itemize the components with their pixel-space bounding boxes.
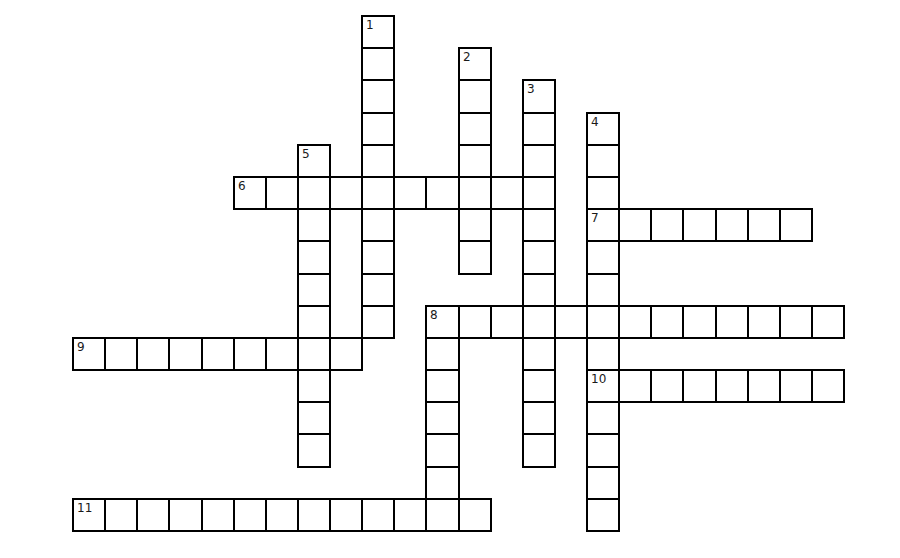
cell-r2c14[interactable]: 3 [522, 79, 556, 114]
cell-r10c7[interactable] [297, 337, 331, 371]
cell-r9c21[interactable] [747, 305, 781, 339]
cell-r5c16[interactable] [586, 176, 620, 210]
cell-r3c9[interactable] [361, 112, 395, 146]
cell-r9c15[interactable] [554, 305, 588, 339]
cell-r1c9[interactable] [361, 47, 395, 81]
cell-r3c16[interactable]: 4 [586, 112, 620, 146]
cell-r13c7[interactable] [297, 433, 331, 468]
cell-r5c7[interactable] [297, 176, 331, 210]
cell-r4c14[interactable] [522, 144, 556, 178]
cell-r6c7[interactable] [297, 208, 331, 242]
cell-r6c18[interactable] [650, 208, 684, 242]
cell-r15c8[interactable] [329, 498, 363, 532]
cell-r4c7[interactable]: 5 [297, 144, 331, 178]
cell-r5c10[interactable] [393, 176, 427, 210]
cell-r4c9[interactable] [361, 144, 395, 178]
cell-r11c21[interactable] [747, 369, 781, 403]
cell-r4c16[interactable] [586, 144, 620, 178]
cell-r13c14[interactable] [522, 433, 556, 468]
cell-r10c2[interactable] [136, 337, 170, 371]
cell-r5c14[interactable] [522, 176, 556, 210]
cell-r7c14[interactable] [522, 240, 556, 275]
cell-r0c9[interactable]: 1 [361, 15, 395, 49]
cell-r2c9[interactable] [361, 79, 395, 114]
cell-r5c5[interactable]: 6 [233, 176, 267, 210]
cell-r15c1[interactable] [104, 498, 138, 532]
cell-r12c7[interactable] [297, 401, 331, 435]
cell-r9c9[interactable] [361, 305, 395, 339]
clue-number-2: 2 [463, 50, 471, 64]
crossword-board: 1234567891011 [0, 0, 900, 558]
cell-r8c16[interactable] [586, 273, 620, 307]
cell-r7c12[interactable] [458, 240, 492, 275]
cell-r6c21[interactable] [747, 208, 781, 242]
cell-r10c14[interactable] [522, 337, 556, 371]
cell-r10c6[interactable] [265, 337, 299, 371]
cell-r12c11[interactable] [425, 401, 460, 435]
cell-r14c16[interactable] [586, 466, 620, 500]
cell-r15c5[interactable] [233, 498, 267, 532]
cell-r10c1[interactable] [104, 337, 138, 371]
cell-r9c14[interactable] [522, 305, 556, 339]
clue-number-5: 5 [302, 147, 310, 161]
cell-r6c14[interactable] [522, 208, 556, 242]
cell-r11c19[interactable] [682, 369, 717, 403]
cell-r15c16[interactable] [586, 498, 620, 532]
cell-r5c11[interactable] [425, 176, 460, 210]
clue-number-1: 1 [366, 18, 374, 32]
cell-r9c11[interactable]: 8 [425, 305, 460, 339]
cell-r9c13[interactable] [490, 305, 524, 339]
cell-r14c11[interactable] [425, 466, 460, 500]
cell-r6c19[interactable] [682, 208, 717, 242]
cell-r13c11[interactable] [425, 433, 460, 468]
cell-r15c11[interactable] [425, 498, 460, 532]
cell-r10c5[interactable] [233, 337, 267, 371]
cell-r9c12[interactable] [458, 305, 492, 339]
cell-r5c8[interactable] [329, 176, 363, 210]
cell-r6c17[interactable] [618, 208, 652, 242]
cell-r11c11[interactable] [425, 369, 460, 403]
cell-r11c7[interactable] [297, 369, 331, 403]
cell-r9c16[interactable] [586, 305, 620, 339]
cell-r15c6[interactable] [265, 498, 299, 532]
cell-r10c16[interactable] [586, 337, 620, 371]
cell-r9c17[interactable] [618, 305, 652, 339]
cell-r4c12[interactable] [458, 144, 492, 178]
cell-r11c20[interactable] [715, 369, 749, 403]
cell-r6c22[interactable] [779, 208, 813, 242]
cell-r5c13[interactable] [490, 176, 524, 210]
cell-r10c8[interactable] [329, 337, 363, 371]
cell-r11c18[interactable] [650, 369, 684, 403]
clue-number-9: 9 [77, 340, 85, 354]
cell-r9c22[interactable] [779, 305, 813, 339]
cell-r9c20[interactable] [715, 305, 749, 339]
clue-number-6: 6 [238, 179, 246, 193]
clue-number-8: 8 [430, 308, 438, 322]
cell-r5c6[interactable] [265, 176, 299, 210]
cell-r1c12[interactable]: 2 [458, 47, 492, 81]
cell-r15c2[interactable] [136, 498, 170, 532]
cell-r10c3[interactable] [168, 337, 203, 371]
cell-r6c16[interactable]: 7 [586, 208, 620, 242]
cell-r9c19[interactable] [682, 305, 717, 339]
cell-r11c22[interactable] [779, 369, 813, 403]
cell-r11c16[interactable]: 10 [586, 369, 620, 403]
cell-r10c0[interactable]: 9 [72, 337, 106, 371]
cell-r3c12[interactable] [458, 112, 492, 146]
cell-r8c14[interactable] [522, 273, 556, 307]
cell-r8c7[interactable] [297, 273, 331, 307]
cell-r10c11[interactable] [425, 337, 460, 371]
cell-r6c9[interactable] [361, 208, 395, 242]
cell-r2c12[interactable] [458, 79, 492, 114]
clue-number-3: 3 [527, 82, 535, 96]
cell-r3c14[interactable] [522, 112, 556, 146]
cell-r6c12[interactable] [458, 208, 492, 242]
cell-r5c9[interactable] [361, 176, 395, 210]
cell-r13c16[interactable] [586, 433, 620, 468]
cell-r11c17[interactable] [618, 369, 652, 403]
cell-r15c10[interactable] [393, 498, 427, 532]
cell-r5c12[interactable] [458, 176, 492, 210]
cell-r6c20[interactable] [715, 208, 749, 242]
cell-r9c18[interactable] [650, 305, 684, 339]
cell-r12c16[interactable] [586, 401, 620, 435]
cell-r7c16[interactable] [586, 240, 620, 275]
cell-r9c7[interactable] [297, 305, 331, 339]
clue-number-7: 7 [591, 211, 599, 225]
cell-r15c12[interactable] [458, 498, 492, 532]
cell-r7c7[interactable] [297, 240, 331, 275]
cell-r15c4[interactable] [201, 498, 235, 532]
cell-r15c9[interactable] [361, 498, 395, 532]
cell-r12c14[interactable] [522, 401, 556, 435]
cell-r7c9[interactable] [361, 240, 395, 275]
cell-r15c0[interactable]: 11 [72, 498, 106, 532]
cell-r11c23[interactable] [811, 369, 845, 403]
clue-number-4: 4 [591, 115, 599, 129]
clue-number-11: 11 [77, 501, 92, 515]
cell-r11c14[interactable] [522, 369, 556, 403]
clue-number-10: 10 [591, 372, 606, 386]
cell-r8c9[interactable] [361, 273, 395, 307]
cell-r10c4[interactable] [201, 337, 235, 371]
cell-r15c7[interactable] [297, 498, 331, 532]
cell-r9c23[interactable] [811, 305, 845, 339]
cell-r15c3[interactable] [168, 498, 203, 532]
